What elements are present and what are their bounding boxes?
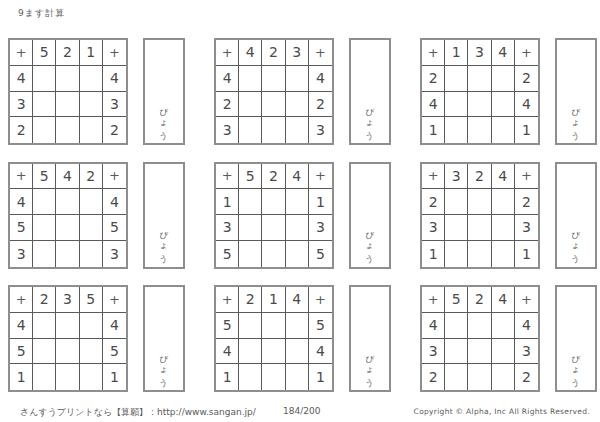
answer-cell: [492, 66, 515, 92]
number-cell: 5: [33, 164, 56, 190]
number-cell: 4: [309, 339, 332, 365]
number-cell: 5: [216, 313, 239, 339]
number-cell: 2: [309, 92, 332, 118]
operator-cell: +: [515, 164, 538, 190]
operator-cell: +: [309, 40, 332, 66]
puzzle-block-5: +524+113355 びょう: [214, 162, 391, 269]
number-cell: 5: [239, 164, 262, 190]
answer-cell: [286, 215, 309, 241]
operator-cell: +: [515, 40, 538, 66]
answer-cell: [80, 364, 103, 390]
puzzle-grid: +214+554411: [214, 285, 334, 392]
number-cell: 1: [422, 241, 445, 267]
operator-cell: +: [103, 164, 126, 190]
number-cell: 3: [515, 339, 538, 365]
number-cell: 4: [515, 313, 538, 339]
number-cell: 1: [309, 189, 332, 215]
number-cell: 1: [103, 364, 126, 390]
timer-label: びょう: [570, 349, 582, 390]
worksheet-page: 9ます計算 +521+443322 びょう +423+442233 びょう +1…: [0, 0, 600, 422]
number-cell: 4: [103, 189, 126, 215]
answer-cell: [286, 117, 309, 143]
number-cell: 5: [10, 339, 33, 365]
timer-label: びょう: [570, 102, 582, 143]
answer-cell: [445, 313, 468, 339]
number-cell: 4: [422, 92, 445, 118]
puzzle-grid: +542+445533: [8, 162, 128, 269]
answer-cell: [492, 189, 515, 215]
answer-cell: [239, 215, 262, 241]
answer-cell: [33, 215, 56, 241]
answer-cell: [56, 189, 79, 215]
number-cell: 1: [80, 40, 103, 66]
puzzle-block-2: +423+442233 びょう: [214, 38, 391, 145]
number-cell: 1: [515, 241, 538, 267]
timer-label: びょう: [364, 349, 376, 390]
timer-box: びょう: [143, 38, 185, 145]
operator-cell: +: [216, 40, 239, 66]
answer-cell: [492, 215, 515, 241]
answer-cell: [468, 241, 491, 267]
number-cell: 3: [10, 241, 33, 267]
operator-cell: +: [422, 287, 445, 313]
answer-cell: [56, 241, 79, 267]
answer-cell: [33, 339, 56, 365]
number-cell: 2: [239, 287, 262, 313]
answer-cell: [56, 66, 79, 92]
answer-cell: [262, 241, 285, 267]
timer-box: びょう: [555, 162, 597, 269]
number-cell: 3: [103, 92, 126, 118]
answer-cell: [33, 189, 56, 215]
number-cell: 3: [468, 40, 491, 66]
timer-box: びょう: [349, 38, 391, 145]
answer-cell: [262, 66, 285, 92]
number-cell: 2: [33, 287, 56, 313]
answer-cell: [239, 189, 262, 215]
operator-cell: +: [422, 40, 445, 66]
copyright-text: Copyright © Alpha, Inc All Rights Reserv…: [414, 407, 590, 416]
answer-cell: [56, 92, 79, 118]
answer-cell: [239, 313, 262, 339]
answer-cell: [468, 313, 491, 339]
number-cell: 3: [515, 215, 538, 241]
number-cell: 2: [468, 164, 491, 190]
number-cell: 5: [80, 287, 103, 313]
timer-box: びょう: [555, 38, 597, 145]
number-cell: 1: [216, 189, 239, 215]
answer-cell: [286, 313, 309, 339]
puzzle-grid: +134+224411: [420, 38, 540, 145]
answer-cell: [56, 339, 79, 365]
answer-cell: [492, 92, 515, 118]
number-cell: 3: [103, 241, 126, 267]
answer-cell: [468, 66, 491, 92]
answer-cell: [492, 313, 515, 339]
answer-cell: [80, 241, 103, 267]
number-cell: 2: [422, 364, 445, 390]
answer-cell: [445, 189, 468, 215]
timer-label: びょう: [570, 225, 582, 266]
number-cell: 4: [239, 40, 262, 66]
number-cell: 1: [10, 364, 33, 390]
operator-cell: +: [216, 287, 239, 313]
number-cell: 2: [56, 40, 79, 66]
number-cell: 4: [309, 66, 332, 92]
answer-cell: [468, 92, 491, 118]
number-cell: 1: [515, 117, 538, 143]
operator-cell: +: [10, 164, 33, 190]
answer-cell: [262, 215, 285, 241]
number-cell: 2: [216, 92, 239, 118]
number-cell: 2: [422, 189, 445, 215]
answer-cell: [239, 92, 262, 118]
operator-cell: +: [515, 287, 538, 313]
number-cell: 1: [309, 364, 332, 390]
answer-cell: [445, 92, 468, 118]
answer-cell: [33, 92, 56, 118]
answer-cell: [239, 117, 262, 143]
operator-cell: +: [10, 287, 33, 313]
puzzle-block-6: +324+223311 びょう: [420, 162, 597, 269]
timer-box: びょう: [143, 285, 185, 392]
timer-label: びょう: [158, 349, 170, 390]
operator-cell: +: [309, 164, 332, 190]
timer-label: びょう: [158, 102, 170, 143]
number-cell: 4: [515, 92, 538, 118]
number-cell: 4: [286, 164, 309, 190]
answer-cell: [262, 92, 285, 118]
answer-cell: [56, 313, 79, 339]
number-cell: 2: [468, 287, 491, 313]
number-cell: 4: [103, 313, 126, 339]
number-cell: 2: [262, 40, 285, 66]
answer-cell: [262, 313, 285, 339]
number-cell: 5: [33, 40, 56, 66]
answer-cell: [492, 364, 515, 390]
number-cell: 5: [216, 241, 239, 267]
page-number: 184/200: [283, 406, 320, 416]
number-cell: 4: [216, 66, 239, 92]
number-cell: 4: [286, 287, 309, 313]
number-cell: 4: [422, 313, 445, 339]
number-cell: 2: [262, 164, 285, 190]
answer-cell: [286, 189, 309, 215]
operator-cell: +: [103, 40, 126, 66]
number-cell: 4: [492, 287, 515, 313]
answer-cell: [262, 189, 285, 215]
puzzle-blocks: +521+443322 びょう +423+442233 びょう +134+224…: [8, 38, 597, 392]
page-title: 9ます計算: [18, 7, 65, 20]
number-cell: 2: [515, 66, 538, 92]
timer-label: びょう: [364, 225, 376, 266]
puzzle-block-7: +235+445511 びょう: [8, 285, 185, 392]
answer-cell: [262, 364, 285, 390]
puzzle-block-3: +134+224411 びょう: [420, 38, 597, 145]
operator-cell: +: [103, 287, 126, 313]
answer-cell: [286, 66, 309, 92]
number-cell: 4: [10, 189, 33, 215]
answer-cell: [468, 189, 491, 215]
answer-cell: [239, 364, 262, 390]
timer-label: びょう: [364, 102, 376, 143]
operator-cell: +: [216, 164, 239, 190]
puzzle-grid: +235+445511: [8, 285, 128, 392]
answer-cell: [80, 313, 103, 339]
answer-cell: [56, 117, 79, 143]
number-cell: 4: [10, 66, 33, 92]
answer-cell: [286, 241, 309, 267]
number-cell: 4: [492, 164, 515, 190]
timer-box: びょう: [349, 162, 391, 269]
answer-cell: [445, 241, 468, 267]
number-cell: 4: [492, 40, 515, 66]
number-cell: 5: [445, 287, 468, 313]
number-cell: 3: [309, 117, 332, 143]
answer-cell: [262, 117, 285, 143]
puzzle-grid: +524+113355: [214, 162, 334, 269]
puzzle-grid: +423+442233: [214, 38, 334, 145]
answer-cell: [56, 215, 79, 241]
timer-box: びょう: [143, 162, 185, 269]
answer-cell: [80, 215, 103, 241]
answer-cell: [80, 117, 103, 143]
number-cell: 4: [10, 313, 33, 339]
number-cell: 2: [10, 117, 33, 143]
number-cell: 2: [515, 189, 538, 215]
number-cell: 3: [10, 92, 33, 118]
answer-cell: [445, 364, 468, 390]
answer-cell: [468, 215, 491, 241]
number-cell: 3: [309, 215, 332, 241]
puzzle-grid: +521+443322: [8, 38, 128, 145]
answer-cell: [239, 241, 262, 267]
operator-cell: +: [10, 40, 33, 66]
answer-cell: [492, 241, 515, 267]
answer-cell: [262, 339, 285, 365]
answer-cell: [239, 66, 262, 92]
number-cell: 5: [10, 215, 33, 241]
answer-cell: [445, 339, 468, 365]
answer-cell: [80, 66, 103, 92]
answer-cell: [33, 241, 56, 267]
number-cell: 3: [422, 339, 445, 365]
number-cell: 5: [103, 215, 126, 241]
puzzle-grid: +524+443322: [420, 285, 540, 392]
footer-site-text: さんすうプリントなら【算願】：http://www.sangan.jp/: [20, 406, 256, 419]
number-cell: 5: [309, 241, 332, 267]
number-cell: 2: [422, 66, 445, 92]
answer-cell: [492, 117, 515, 143]
operator-cell: +: [309, 287, 332, 313]
answer-cell: [33, 66, 56, 92]
number-cell: 3: [422, 215, 445, 241]
timer-box: びょう: [349, 285, 391, 392]
number-cell: 5: [103, 339, 126, 365]
puzzle-block-9: +524+443322 びょう: [420, 285, 597, 392]
answer-cell: [80, 92, 103, 118]
answer-cell: [468, 339, 491, 365]
answer-cell: [445, 215, 468, 241]
answer-cell: [286, 92, 309, 118]
answer-cell: [33, 117, 56, 143]
number-cell: 3: [445, 164, 468, 190]
answer-cell: [445, 117, 468, 143]
puzzle-grid: +324+223311: [420, 162, 540, 269]
timer-box: びょう: [555, 285, 597, 392]
number-cell: 3: [56, 287, 79, 313]
answer-cell: [239, 339, 262, 365]
number-cell: 3: [216, 117, 239, 143]
answer-cell: [286, 364, 309, 390]
number-cell: 3: [216, 215, 239, 241]
number-cell: 4: [216, 339, 239, 365]
answer-cell: [33, 313, 56, 339]
number-cell: 2: [515, 364, 538, 390]
puzzle-block-8: +214+554411 びょう: [214, 285, 391, 392]
answer-cell: [80, 189, 103, 215]
number-cell: 2: [103, 117, 126, 143]
answer-cell: [468, 364, 491, 390]
number-cell: 1: [445, 40, 468, 66]
puzzle-block-1: +521+443322 びょう: [8, 38, 185, 145]
number-cell: 5: [309, 313, 332, 339]
answer-cell: [56, 364, 79, 390]
number-cell: 1: [216, 364, 239, 390]
operator-cell: +: [422, 164, 445, 190]
number-cell: 1: [422, 117, 445, 143]
answer-cell: [33, 364, 56, 390]
answer-cell: [80, 339, 103, 365]
number-cell: 1: [262, 287, 285, 313]
answer-cell: [468, 117, 491, 143]
number-cell: 4: [103, 66, 126, 92]
answer-cell: [286, 339, 309, 365]
answer-cell: [492, 339, 515, 365]
number-cell: 2: [80, 164, 103, 190]
number-cell: 4: [56, 164, 79, 190]
puzzle-block-4: +542+445533 びょう: [8, 162, 185, 269]
answer-cell: [445, 66, 468, 92]
number-cell: 3: [286, 40, 309, 66]
timer-label: びょう: [158, 225, 170, 266]
